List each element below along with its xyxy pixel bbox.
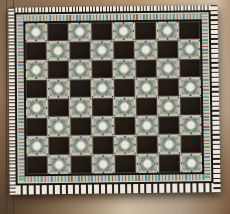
board-square-light xyxy=(180,78,201,96)
pearl-disc xyxy=(97,46,106,55)
star-inlay-icon xyxy=(69,23,90,41)
pearl-disc xyxy=(31,28,40,37)
pearl-disc xyxy=(164,102,173,111)
board-square-light xyxy=(114,98,135,116)
board-square-dark xyxy=(26,80,47,98)
board-square-dark xyxy=(181,135,202,153)
board-square-dark xyxy=(26,42,47,60)
board-square-dark xyxy=(71,155,92,173)
pearl-disc xyxy=(98,84,107,93)
board-square-dark xyxy=(69,41,90,59)
star-inlay-icon xyxy=(48,118,69,136)
board-square-light xyxy=(114,136,135,154)
board-square-dark xyxy=(158,78,179,96)
board-square-dark xyxy=(70,79,91,97)
pearl-disc xyxy=(142,121,151,130)
star-inlay-icon xyxy=(113,22,134,40)
board-square-light xyxy=(136,116,157,134)
board-square-light xyxy=(158,97,179,115)
board-square-light xyxy=(48,118,69,136)
chessboard xyxy=(8,5,220,194)
board-square-light xyxy=(70,60,91,78)
pearl-disc xyxy=(32,103,41,112)
board-square-light xyxy=(135,41,156,59)
star-inlay-icon xyxy=(157,22,178,40)
board-square-dark xyxy=(158,116,179,134)
star-inlay-icon xyxy=(92,79,113,97)
board-square-light xyxy=(26,137,47,155)
star-inlay-icon xyxy=(180,116,201,134)
star-inlay-icon xyxy=(158,97,179,115)
board-square-light xyxy=(25,23,46,41)
board-square-dark xyxy=(180,97,201,115)
pearl-disc xyxy=(120,102,129,111)
board-square-dark xyxy=(135,22,156,40)
board-square-dark xyxy=(135,60,156,78)
board-square-dark xyxy=(47,23,68,41)
board-square-light xyxy=(92,117,113,135)
board-square-dark xyxy=(179,59,200,77)
star-inlay-icon xyxy=(181,154,202,172)
star-inlay-icon xyxy=(180,78,201,96)
board-square-light xyxy=(49,156,70,174)
board-square-dark xyxy=(70,117,91,135)
star-inlay-icon xyxy=(26,137,47,155)
star-inlay-icon xyxy=(137,155,158,173)
board-square-light xyxy=(113,22,134,40)
pearl-disc xyxy=(142,83,151,92)
pearl-disc xyxy=(121,140,130,149)
pearl-disc xyxy=(143,159,152,168)
board-square-light xyxy=(92,79,113,97)
board-square-light xyxy=(136,79,157,97)
board-square-dark xyxy=(48,137,69,155)
pearl-disc xyxy=(186,83,195,92)
board-square-light xyxy=(26,61,47,79)
pearl-disc xyxy=(76,103,85,112)
pearl-disc xyxy=(77,141,86,150)
pearl-disc xyxy=(165,140,174,149)
pearl-disc xyxy=(55,160,64,169)
star-inlay-icon xyxy=(136,116,157,134)
pearl-disc xyxy=(54,122,63,131)
star-inlay-icon xyxy=(47,42,68,60)
board-square-light xyxy=(179,40,200,58)
board-square-light xyxy=(48,80,69,98)
pearl-disc xyxy=(32,66,41,75)
pearl-disc xyxy=(76,65,85,74)
board-square-light xyxy=(26,99,47,117)
pearl-disc xyxy=(99,160,108,169)
board-square-dark xyxy=(26,118,47,136)
star-inlay-icon xyxy=(135,41,156,59)
star-inlay-icon xyxy=(92,117,113,135)
board-square-dark xyxy=(136,97,157,115)
board-square-dark xyxy=(114,117,135,135)
board-square-dark xyxy=(115,155,136,173)
board-square-light xyxy=(159,135,180,153)
pearl-disc xyxy=(98,122,107,131)
board-square-light xyxy=(93,155,114,173)
pearl-disc xyxy=(187,159,196,168)
board-grid xyxy=(23,19,204,176)
board-square-dark xyxy=(48,61,69,79)
pearl-disc xyxy=(75,27,84,36)
board-square-dark xyxy=(48,99,69,117)
pearl-disc xyxy=(54,84,63,93)
board-square-light xyxy=(47,42,68,60)
board-square-light xyxy=(70,136,91,154)
star-inlay-icon xyxy=(91,41,112,59)
pearl-disc xyxy=(141,45,150,54)
star-inlay-icon xyxy=(70,136,91,154)
board-square-dark xyxy=(92,98,113,116)
star-inlay-icon xyxy=(49,156,70,174)
star-inlay-icon xyxy=(114,98,135,116)
board-square-dark xyxy=(179,21,200,39)
pearl-disc xyxy=(163,26,172,35)
star-inlay-icon xyxy=(157,59,178,77)
pearl-disc xyxy=(186,121,195,130)
board-square-dark xyxy=(159,154,180,172)
board-square-light xyxy=(114,60,135,78)
board-square-light xyxy=(69,23,90,41)
board-square-dark xyxy=(113,41,134,59)
star-inlay-icon xyxy=(136,79,157,97)
board-square-light xyxy=(70,98,91,116)
cream-fillet xyxy=(16,12,211,183)
board-square-dark xyxy=(92,60,113,78)
board-square-light xyxy=(157,22,178,40)
star-inlay-icon xyxy=(26,99,47,117)
pearl-disc xyxy=(120,64,129,73)
board-square-dark xyxy=(26,156,47,174)
board-square-light xyxy=(180,116,201,134)
pearl-disc xyxy=(119,27,128,36)
star-inlay-icon xyxy=(70,60,91,78)
board-square-light xyxy=(181,154,202,172)
mosaic-border-band xyxy=(17,13,210,182)
star-inlay-icon xyxy=(48,80,69,98)
board-square-dark xyxy=(114,79,135,97)
star-inlay-icon xyxy=(179,40,200,58)
board-face xyxy=(14,10,213,185)
board-square-light xyxy=(157,59,178,77)
star-inlay-icon xyxy=(159,135,180,153)
pearl-disc xyxy=(185,45,194,54)
pearl-disc xyxy=(54,46,63,55)
board-square-dark xyxy=(157,40,178,58)
pearl-disc xyxy=(164,64,173,73)
star-inlay-icon xyxy=(25,23,46,41)
scene-photo xyxy=(0,0,230,214)
pearl-disc xyxy=(32,142,41,151)
board-square-dark xyxy=(136,136,157,154)
star-inlay-icon xyxy=(26,61,47,79)
star-inlay-icon xyxy=(114,136,135,154)
star-inlay-icon xyxy=(93,155,114,173)
star-inlay-icon xyxy=(70,98,91,116)
star-inlay-icon xyxy=(114,60,135,78)
board-square-light xyxy=(137,155,158,173)
board-square-dark xyxy=(91,22,112,40)
board-square-dark xyxy=(92,136,113,154)
board-square-light xyxy=(91,41,112,59)
